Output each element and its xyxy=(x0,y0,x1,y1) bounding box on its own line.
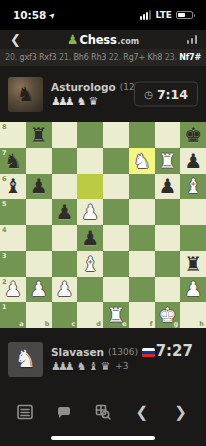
move-token[interactable]: Rg7+ xyxy=(123,53,145,62)
piece-white-pawn: ♟ xyxy=(184,279,202,299)
back-button[interactable]: ❮ xyxy=(10,33,21,46)
avatar-bottom[interactable]: ♞ xyxy=(8,342,43,377)
home-indicator[interactable] xyxy=(51,436,155,440)
analysis-icon xyxy=(93,402,113,422)
captured-queen-icon: ♛ xyxy=(89,96,99,107)
square-f3[interactable] xyxy=(129,251,155,277)
square-h6[interactable]: ♝ xyxy=(180,174,206,200)
clock-icon: ◷ xyxy=(144,89,153,99)
move-token[interactable]: Kh8 xyxy=(147,53,162,62)
square-e5[interactable] xyxy=(103,199,129,225)
file-label-b: b xyxy=(45,320,50,328)
piece-black-rook: ♜ xyxy=(30,125,48,145)
square-d3[interactable]: ♝ xyxy=(77,251,103,277)
piece-white-pawn: ♟ xyxy=(30,279,48,299)
captured-bishop-icon: ♝ xyxy=(89,361,99,372)
square-a7[interactable]: 7♞ xyxy=(0,148,26,174)
piece-white-bishop: ♝ xyxy=(81,254,99,274)
rank-label-8: 8 xyxy=(2,123,7,131)
bottom-toolbar: ❮ ❯ xyxy=(0,390,206,434)
move-token[interactable]: 23. xyxy=(165,53,177,62)
clock-time-top: 7:14 xyxy=(157,87,188,102)
square-g4[interactable] xyxy=(155,225,181,251)
square-d7[interactable] xyxy=(77,148,103,174)
moves-list-icon xyxy=(15,402,35,422)
square-e8[interactable] xyxy=(103,122,129,148)
file-label-c: c xyxy=(71,320,75,328)
square-c3[interactable] xyxy=(52,251,78,277)
player-card-bottom: ♞ Slavasen (1306) ♟♟♟♞♝♛+3 7:27 xyxy=(0,328,206,390)
square-b4[interactable] xyxy=(26,225,52,251)
square-a8[interactable]: 8 xyxy=(0,122,26,148)
captured-knight-icon: ♞ xyxy=(77,96,87,107)
square-b3[interactable] xyxy=(26,251,52,277)
square-c7[interactable] xyxy=(52,148,78,174)
piece-black-rook: ♜ xyxy=(184,254,202,274)
move-token[interactable]: gxf3 xyxy=(20,53,37,62)
rank-label-3: 3 xyxy=(2,252,7,260)
square-h4[interactable] xyxy=(180,225,206,251)
move-token[interactable]: Rxf3 xyxy=(39,53,56,62)
square-c2[interactable]: ♟ xyxy=(52,277,78,303)
square-d2[interactable] xyxy=(77,277,103,303)
captured-pieces-bottom: ♟♟♟♞♝♛+3 xyxy=(51,360,155,372)
square-g1[interactable]: g♚ xyxy=(155,302,181,328)
avatar-photo: ♞ xyxy=(17,82,35,106)
player-rating-bottom: (1306) xyxy=(108,347,138,357)
square-d5[interactable]: ♟ xyxy=(77,199,103,225)
rank-label-6: 6 xyxy=(2,175,7,183)
piece-black-knight: ♞ xyxy=(4,151,22,171)
file-label-f: f xyxy=(150,320,153,328)
square-d4[interactable]: ♟ xyxy=(77,225,103,251)
logo-text: Chess xyxy=(79,33,116,47)
move-token[interactable]: 21. xyxy=(59,53,71,62)
avatar-top[interactable]: ♞ xyxy=(8,77,43,112)
square-a1[interactable]: 1a xyxy=(0,302,26,328)
location-arrow-icon: ➤ xyxy=(47,9,58,20)
square-c5[interactable]: ♟ xyxy=(52,199,78,225)
captured-knight-icon: ♞ xyxy=(77,361,87,372)
clock-time-bottom: 7:27 xyxy=(156,342,193,360)
square-b1[interactable]: b xyxy=(26,302,52,328)
move-token-last[interactable]: Nf7# xyxy=(179,53,201,62)
captured-pawn-icon: ♟ xyxy=(65,361,75,372)
move-token[interactable]: Bh6 xyxy=(74,53,89,62)
piece-white-pawn: ♟ xyxy=(55,279,73,299)
piece-black-pawn: ♟ xyxy=(30,176,48,196)
square-c8[interactable] xyxy=(52,122,78,148)
square-a5[interactable]: 5 xyxy=(0,199,26,225)
rank-label-5: 5 xyxy=(2,200,7,208)
move-token[interactable]: Rh3 xyxy=(91,53,106,62)
square-f2[interactable] xyxy=(129,277,155,303)
square-f4[interactable] xyxy=(129,225,155,251)
piece-black-pawn: ♟ xyxy=(55,202,73,222)
chesscom-logo: ♟ Chess .com xyxy=(67,33,139,47)
piece-black-pawn: ♟ xyxy=(81,228,99,248)
signal-strength-icon xyxy=(140,10,152,20)
file-label-d: d xyxy=(96,320,101,328)
move-token[interactable]: 22. xyxy=(109,53,121,62)
analysis-button[interactable] xyxy=(88,397,118,427)
home-indicator-area xyxy=(0,434,206,446)
piece-black-king: ♚ xyxy=(184,125,202,145)
square-f7[interactable]: ♞ xyxy=(129,148,155,174)
chevron-right-icon: ❯ xyxy=(174,403,187,421)
file-label-a: a xyxy=(19,320,23,328)
previous-move-button[interactable]: ❮ xyxy=(127,397,157,427)
square-a4[interactable]: 4 xyxy=(0,225,26,251)
square-e1[interactable]: e♜ xyxy=(103,302,129,328)
square-e7[interactable] xyxy=(103,148,129,174)
piece-white-pawn: ♟ xyxy=(4,279,22,299)
status-bar: 10:58 ➤ LTE xyxy=(0,0,206,30)
rank-label-4: 4 xyxy=(2,226,7,234)
square-f6[interactable] xyxy=(129,174,155,200)
battery-icon xyxy=(176,11,193,20)
player-card-top: ♞ Asturologo (1261) ♟♟♟♞♛ ◷ 7:14 xyxy=(0,66,206,122)
square-g5[interactable] xyxy=(155,199,181,225)
rank-label-7: 7 xyxy=(2,149,7,157)
captured-pawn-icon: ♟ xyxy=(65,96,75,107)
square-d6[interactable] xyxy=(77,174,103,200)
square-f1[interactable]: f xyxy=(129,302,155,328)
square-h1[interactable]: h xyxy=(180,302,206,328)
knight-avatar-icon: ♞ xyxy=(15,345,37,373)
next-move-button[interactable]: ❯ xyxy=(166,397,196,427)
player-name-top[interactable]: Asturologo xyxy=(51,81,116,93)
move-token[interactable]: 20. xyxy=(5,53,17,62)
square-g7[interactable]: ♜ xyxy=(155,148,181,174)
square-f5[interactable] xyxy=(129,199,155,225)
chat-button[interactable] xyxy=(49,397,79,427)
square-a3[interactable]: 3 xyxy=(0,251,26,277)
file-label-g: g xyxy=(174,320,179,328)
move-list: 20.gxf3Rxf321.Bh6Rh322.Rg7+Kh823.Nf7# xyxy=(0,49,206,66)
chat-icon xyxy=(54,402,74,422)
square-e2[interactable] xyxy=(103,277,129,303)
piece-black-pawn: ♟ xyxy=(158,176,176,196)
piece-white-rook: ♜ xyxy=(158,151,176,171)
logo-com-text: .com xyxy=(118,37,140,47)
square-b8[interactable]: ♜ xyxy=(26,122,52,148)
square-a2[interactable]: 2♟ xyxy=(0,277,26,303)
square-f8[interactable] xyxy=(129,122,155,148)
chess-board: 8♜♚7♞♞♜♟6♝♟♟♝5♟♟4♟3♝♜2♟♟♟♟1abcde♜fg♚h xyxy=(0,122,206,328)
moves-list-button[interactable] xyxy=(10,397,40,427)
chevron-left-icon: ❮ xyxy=(135,403,148,421)
square-c4[interactable] xyxy=(52,225,78,251)
square-b2[interactable]: ♟ xyxy=(26,277,52,303)
network-type-label: LTE xyxy=(155,10,172,20)
square-h8[interactable]: ♚ xyxy=(180,122,206,148)
piece-white-knight: ♞ xyxy=(133,151,151,171)
square-b7[interactable] xyxy=(26,148,52,174)
square-g6[interactable]: ♟ xyxy=(155,174,181,200)
clock-top: ◷ 7:14 xyxy=(134,82,198,107)
material-score: +3 xyxy=(115,361,128,371)
file-label-h: h xyxy=(199,320,204,328)
square-d8[interactable] xyxy=(77,122,103,148)
piece-black-pawn: ♟ xyxy=(184,151,202,171)
square-e6[interactable] xyxy=(103,174,129,200)
square-h7[interactable]: ♟ xyxy=(180,148,206,174)
square-b5[interactable] xyxy=(26,199,52,225)
square-h2[interactable]: ♟ xyxy=(180,277,206,303)
square-a6[interactable]: 6♝ xyxy=(0,174,26,200)
square-g3[interactable] xyxy=(155,251,181,277)
square-g2[interactable] xyxy=(155,277,181,303)
rank-label-1: 1 xyxy=(2,303,7,311)
player-name-bottom[interactable]: Slavasen xyxy=(51,346,104,358)
status-time: 10:58 xyxy=(13,9,46,21)
square-h3[interactable]: ♜ xyxy=(180,251,206,277)
square-g8[interactable] xyxy=(155,122,181,148)
square-h5[interactable] xyxy=(180,199,206,225)
square-c6[interactable] xyxy=(52,174,78,200)
piece-white-bishop: ♝ xyxy=(184,176,202,196)
pawn-logo-icon: ♟ xyxy=(67,33,79,46)
square-d1[interactable]: d xyxy=(77,302,103,328)
rank-label-2: 2 xyxy=(2,278,7,286)
square-c1[interactable]: c xyxy=(52,302,78,328)
russia-flag-icon xyxy=(142,348,155,357)
app-header: ❮ ♟ Chess .com xyxy=(0,30,206,49)
file-label-e: e xyxy=(122,320,126,328)
square-e4[interactable] xyxy=(103,225,129,251)
square-b6[interactable]: ♟ xyxy=(26,174,52,200)
captured-queen-icon: ♛ xyxy=(100,361,110,372)
chess-app: 10:58 ➤ LTE ❮ ♟ Chess .com 20.gxf3Rxf321… xyxy=(0,0,206,446)
connection-bars-icon[interactable] xyxy=(187,35,197,44)
piece-white-pawn: ♟ xyxy=(81,202,99,222)
square-e3[interactable] xyxy=(103,251,129,277)
